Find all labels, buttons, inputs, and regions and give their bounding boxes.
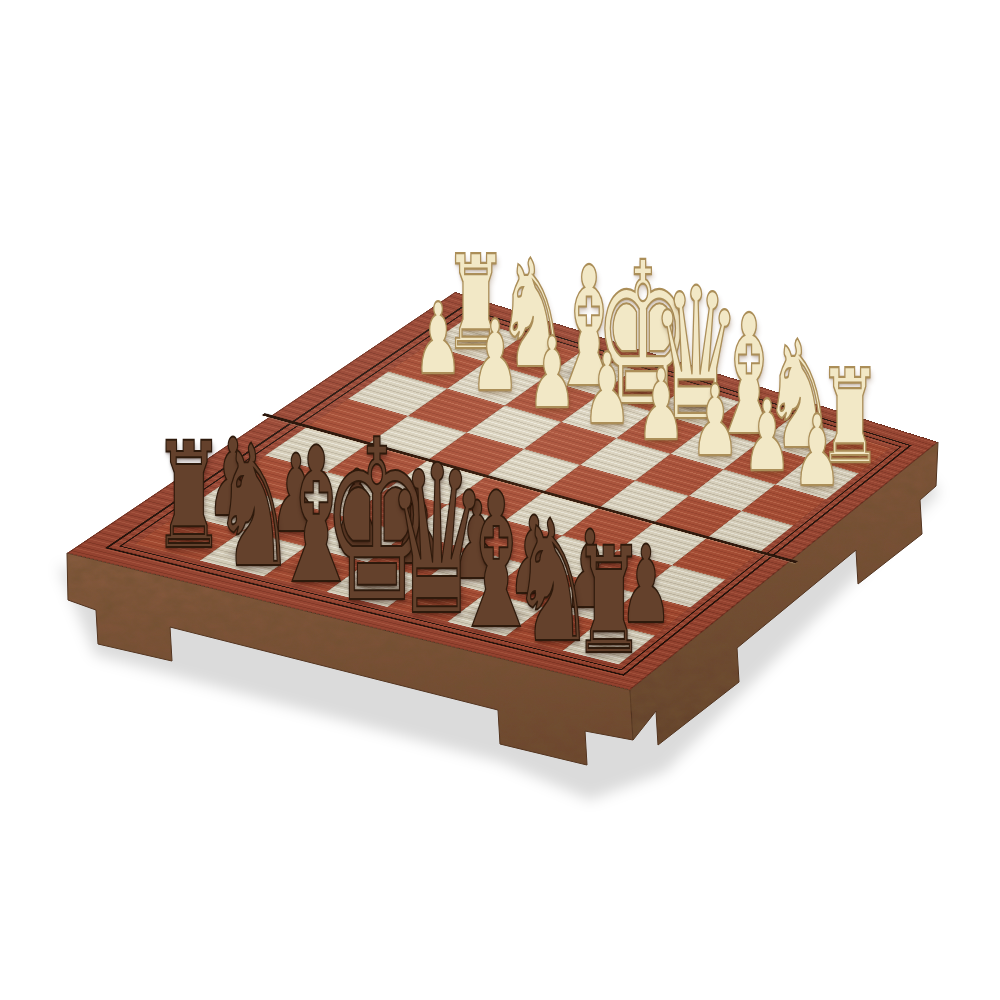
chess-set-photo: ♜♞♟♝♟♚♟♛♟♝♟♞♟♜♟♟♟♟♜♟♞♟♝♟♚♟♛♟♟♝♞♜ [0, 0, 1000, 1000]
